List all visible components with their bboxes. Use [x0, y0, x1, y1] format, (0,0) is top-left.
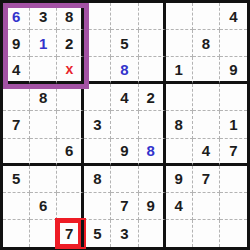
cell-r5c8[interactable]: [193, 111, 220, 138]
cell-r5c4[interactable]: 3: [84, 111, 111, 138]
cell-r4c7[interactable]: [166, 84, 193, 111]
cell-r9c6[interactable]: [139, 220, 166, 247]
cell-r6c2[interactable]: [30, 139, 57, 166]
cell-r9c4[interactable]: 5: [84, 220, 111, 247]
cell-r7c4[interactable]: 8: [84, 166, 111, 193]
cell-r8c5[interactable]: 7: [111, 193, 138, 220]
cell-r4c4[interactable]: [84, 84, 111, 111]
cell-r7c7[interactable]: 9: [166, 166, 193, 193]
cell-r8c6[interactable]: 9: [139, 193, 166, 220]
cell-r8c3[interactable]: [57, 193, 84, 220]
cell-r2c5[interactable]: 5: [111, 30, 138, 57]
cell-r2c8[interactable]: 8: [193, 30, 220, 57]
cell-r1c5[interactable]: [111, 3, 138, 30]
cell-r6c8[interactable]: 4: [193, 139, 220, 166]
cell-r8c1[interactable]: [3, 193, 30, 220]
cell-r2c4[interactable]: [84, 30, 111, 57]
cell-r5c2[interactable]: [30, 111, 57, 138]
cell-r2c3[interactable]: 2: [57, 30, 84, 57]
cell-r9c5[interactable]: 3: [111, 220, 138, 247]
cell-r3c3[interactable]: x: [57, 57, 84, 84]
cell-r9c3[interactable]: 7: [57, 220, 84, 247]
cell-r2c9[interactable]: [220, 30, 247, 57]
cell-r7c2[interactable]: [30, 166, 57, 193]
cell-r2c2[interactable]: 1: [30, 30, 57, 57]
cell-r4c1[interactable]: [3, 84, 30, 111]
cell-r3c5[interactable]: 8: [111, 57, 138, 84]
cell-r3c8[interactable]: [193, 57, 220, 84]
cell-r3c4[interactable]: [84, 57, 111, 84]
cell-r1c2[interactable]: 3: [30, 3, 57, 30]
cell-r7c5[interactable]: [111, 166, 138, 193]
cell-r1c1[interactable]: 6: [3, 3, 30, 30]
cell-r6c6[interactable]: 8: [139, 139, 166, 166]
cell-r5c3[interactable]: [57, 111, 84, 138]
cell-r4c2[interactable]: 8: [30, 84, 57, 111]
cell-r1c6[interactable]: [139, 3, 166, 30]
cell-r6c7[interactable]: [166, 139, 193, 166]
cell-r6c5[interactable]: 9: [111, 139, 138, 166]
cell-r5c1[interactable]: 7: [3, 111, 30, 138]
cell-r8c9[interactable]: [220, 193, 247, 220]
cell-r9c1[interactable]: [3, 220, 30, 247]
cell-r7c6[interactable]: [139, 166, 166, 193]
cell-r7c3[interactable]: [57, 166, 84, 193]
cell-r3c9[interactable]: 9: [220, 57, 247, 84]
cell-r6c4[interactable]: [84, 139, 111, 166]
cell-r1c8[interactable]: [193, 3, 220, 30]
cell-r9c7[interactable]: [166, 220, 193, 247]
cell-r8c4[interactable]: [84, 193, 111, 220]
sudoku-board: 6384912584x81984273816984758976794753: [0, 0, 250, 250]
cell-r5c6[interactable]: [139, 111, 166, 138]
cell-r5c7[interactable]: 8: [166, 111, 193, 138]
cell-r8c7[interactable]: 4: [166, 193, 193, 220]
cell-r2c1[interactable]: 9: [3, 30, 30, 57]
cell-r3c1[interactable]: 4: [3, 57, 30, 84]
cell-r5c9[interactable]: 1: [220, 111, 247, 138]
cell-r4c5[interactable]: 4: [111, 84, 138, 111]
cell-r2c7[interactable]: [166, 30, 193, 57]
cell-r1c4[interactable]: [84, 3, 111, 30]
cell-r8c2[interactable]: 6: [30, 193, 57, 220]
cell-r1c7[interactable]: [166, 3, 193, 30]
cell-r7c9[interactable]: [220, 166, 247, 193]
cell-r6c1[interactable]: [3, 139, 30, 166]
cell-r3c2[interactable]: [30, 57, 57, 84]
cell-r9c9[interactable]: [220, 220, 247, 247]
cell-r1c9[interactable]: 4: [220, 3, 247, 30]
cell-r2c6[interactable]: [139, 30, 166, 57]
cell-r4c3[interactable]: [57, 84, 84, 111]
cell-r6c3[interactable]: 6: [57, 139, 84, 166]
cell-r4c9[interactable]: [220, 84, 247, 111]
cell-r9c2[interactable]: [30, 220, 57, 247]
cell-r4c8[interactable]: [193, 84, 220, 111]
cell-r7c1[interactable]: 5: [3, 166, 30, 193]
cell-r6c9[interactable]: 7: [220, 139, 247, 166]
cell-r4c6[interactable]: 2: [139, 84, 166, 111]
cell-r8c8[interactable]: [193, 193, 220, 220]
cell-r7c8[interactable]: 7: [193, 166, 220, 193]
cell-r3c6[interactable]: [139, 57, 166, 84]
cell-r5c5[interactable]: [111, 111, 138, 138]
cell-r3c7[interactable]: 1: [166, 57, 193, 84]
cell-r9c8[interactable]: [193, 220, 220, 247]
cell-r1c3[interactable]: 8: [57, 3, 84, 30]
